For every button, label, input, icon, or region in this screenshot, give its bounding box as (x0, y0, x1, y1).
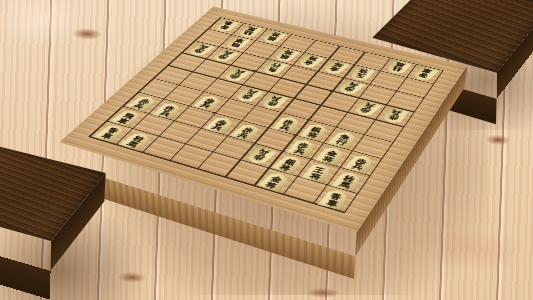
piece-kanji: 歩兵 (343, 81, 360, 92)
piece-kanji: 歩兵 (252, 148, 271, 162)
piece-kanji: 歩兵 (192, 44, 209, 54)
piece-kanji: 王将 (309, 166, 326, 180)
square-8i[interactable]: 桂馬 (115, 129, 158, 153)
piece-kanji: 歩兵 (387, 109, 402, 121)
piece-kanji: 歩兵 (159, 105, 176, 117)
piece-kanji: 飛車 (116, 112, 136, 124)
piece-kanji: 金将 (322, 149, 339, 163)
piece-kanji: 歩兵 (279, 119, 295, 132)
piece-kanji: 歩兵 (227, 69, 245, 80)
piece-kanji: 歩兵 (216, 50, 234, 60)
piece-kanji: 金将 (328, 62, 345, 73)
piece-kanji: 銀将 (279, 158, 299, 172)
piece-kanji: 金将 (265, 175, 285, 190)
piece-9h-sente-rook[interactable]: 飛車 (110, 108, 145, 127)
piece-3i-sente-gold[interactable]: 金将 (257, 170, 294, 193)
piece-kanji: 金将 (303, 56, 319, 67)
piece-kanji: 歩兵 (237, 126, 256, 139)
piece-kanji: 角行 (334, 133, 351, 146)
wood-knot (66, 25, 109, 42)
wood-knot (300, 286, 346, 300)
piece-2a-gote-knight[interactable]: 桂馬 (383, 59, 413, 76)
piece-kanji: 香車 (219, 21, 234, 30)
komadai-front (0, 235, 51, 299)
komadai-sente[interactable] (0, 172, 104, 271)
wood-knot (112, 269, 152, 285)
piece-kanji: 角行 (266, 62, 282, 73)
piece-kanji: 玉将 (355, 68, 369, 79)
piece-1a-gote-lance[interactable]: 香車 (409, 66, 439, 83)
piece-kanji: 歩兵 (294, 142, 311, 155)
wood-grain-streak (399, 216, 533, 284)
piece-kanji: 銀将 (266, 32, 282, 42)
piece-kanji: 歩兵 (199, 97, 217, 109)
piece-1i-sente-lance[interactable]: 香車 (318, 187, 353, 210)
wood-knot (481, 132, 516, 148)
square-6e[interactable]: 歩兵 (228, 85, 267, 106)
piece-kanji: 歩兵 (358, 102, 376, 114)
piece-kanji: 歩兵 (266, 96, 282, 108)
piece-5b-gote-gold[interactable]: 金将 (295, 54, 326, 71)
piece-kanji: 銀将 (278, 50, 294, 60)
piece-kanji: 桂馬 (339, 174, 357, 189)
piece-kanji: 香車 (326, 192, 343, 207)
wood-grain-streak (0, 0, 100, 55)
piece-kanji: 歩兵 (351, 157, 369, 171)
piece-kanji: 歩兵 (240, 89, 258, 101)
piece-kanji: 桂馬 (391, 62, 406, 73)
piece-kanji: 飛車 (230, 38, 245, 48)
shogi-board: 香車桂馬銀将桂馬香車飛車銀将金将金将玉将歩兵歩兵角行歩兵歩兵歩兵歩兵歩兵歩兵歩兵… (62, 27, 464, 257)
piece-kanji: 桂馬 (242, 26, 257, 36)
piece-kanji: 香車 (417, 68, 433, 79)
piece-kanji: 歩兵 (132, 98, 152, 110)
scene: 香車桂馬銀将桂馬香車飛車銀将金将金将玉将歩兵歩兵角行歩兵歩兵歩兵歩兵歩兵歩兵歩兵… (0, 0, 533, 300)
piece-kanji: 歩兵 (210, 119, 228, 132)
piece-kanji: 銀将 (306, 126, 323, 139)
piece-kanji: 香車 (100, 127, 120, 140)
piece-kanji: 桂馬 (126, 135, 146, 148)
